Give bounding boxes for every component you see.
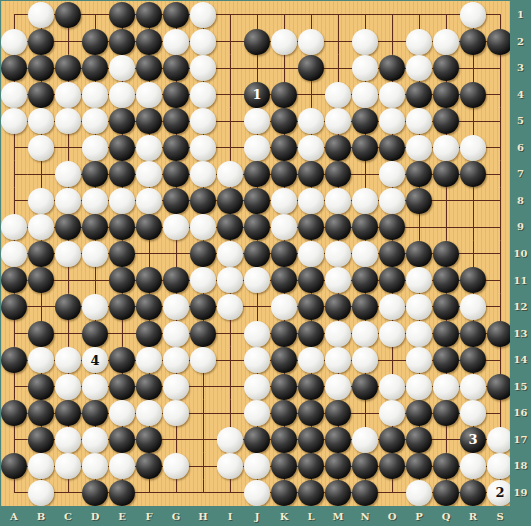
board-point-A13[interactable]	[1, 320, 28, 347]
board-point-C2[interactable]	[55, 28, 82, 55]
board-point-O10[interactable]	[379, 241, 406, 268]
board-point-Q11[interactable]	[433, 267, 460, 294]
board-point-C14[interactable]	[55, 347, 82, 374]
board-point-H7[interactable]	[190, 161, 217, 188]
board-point-F7[interactable]	[136, 161, 163, 188]
board-point-P14[interactable]	[406, 347, 433, 374]
board-point-Q7[interactable]	[433, 161, 460, 188]
board-point-H8[interactable]	[190, 188, 217, 215]
board-point-E18[interactable]	[109, 453, 136, 480]
board-point-P12[interactable]	[406, 294, 433, 321]
board-point-B1[interactable]	[28, 2, 55, 29]
board-point-M16[interactable]	[325, 400, 352, 427]
board-point-C18[interactable]	[55, 453, 82, 480]
board-point-I19[interactable]	[217, 480, 244, 506]
board-point-S6[interactable]	[487, 134, 511, 161]
board-point-A16[interactable]	[1, 400, 28, 427]
board-point-K11[interactable]	[271, 267, 298, 294]
board-point-G14[interactable]	[163, 347, 190, 374]
board-point-A10[interactable]	[1, 241, 28, 268]
board-point-D5[interactable]	[82, 108, 109, 135]
board-point-G13[interactable]	[163, 320, 190, 347]
board-point-P1[interactable]	[406, 2, 433, 29]
board-point-R13[interactable]	[460, 320, 487, 347]
board-point-B12[interactable]	[28, 294, 55, 321]
board-point-E9[interactable]	[109, 214, 136, 241]
board-point-M8[interactable]	[325, 188, 352, 215]
board-point-M13[interactable]	[325, 320, 352, 347]
board-point-D9[interactable]	[82, 214, 109, 241]
board-point-L16[interactable]	[298, 400, 325, 427]
board-point-Q9[interactable]	[433, 214, 460, 241]
board-point-C9[interactable]	[55, 214, 82, 241]
board-point-R9[interactable]	[460, 214, 487, 241]
board-point-A15[interactable]	[1, 373, 28, 400]
board-point-L15[interactable]	[298, 373, 325, 400]
board-point-E10[interactable]	[109, 241, 136, 268]
board-point-F17[interactable]	[136, 426, 163, 453]
board-point-Q8[interactable]	[433, 188, 460, 215]
board-point-N9[interactable]	[352, 214, 379, 241]
board-point-K13[interactable]	[271, 320, 298, 347]
board-point-L18[interactable]	[298, 453, 325, 480]
board-point-F10[interactable]	[136, 241, 163, 268]
board-point-M4[interactable]	[325, 81, 352, 108]
board-point-P19[interactable]	[406, 480, 433, 506]
board-point-R14[interactable]	[460, 347, 487, 374]
board-point-D1[interactable]	[82, 2, 109, 29]
board-point-S15[interactable]	[487, 373, 511, 400]
board-point-A17[interactable]	[1, 426, 28, 453]
board-point-L14[interactable]	[298, 347, 325, 374]
board-point-I15[interactable]	[217, 373, 244, 400]
board-point-E8[interactable]	[109, 188, 136, 215]
board-point-Q10[interactable]	[433, 241, 460, 268]
board-point-K18[interactable]	[271, 453, 298, 480]
board-point-H4[interactable]	[190, 81, 217, 108]
board-point-P5[interactable]	[406, 108, 433, 135]
board-point-J2[interactable]	[244, 28, 271, 55]
board-point-B10[interactable]	[28, 241, 55, 268]
board-point-G7[interactable]	[163, 161, 190, 188]
board-point-M11[interactable]	[325, 267, 352, 294]
board-point-J17[interactable]	[244, 426, 271, 453]
board-point-N17[interactable]	[352, 426, 379, 453]
board-point-S14[interactable]	[487, 347, 511, 374]
board-point-L4[interactable]	[298, 81, 325, 108]
board-point-H2[interactable]	[190, 28, 217, 55]
board-point-M14[interactable]	[325, 347, 352, 374]
board-point-E5[interactable]	[109, 108, 136, 135]
board-point-M15[interactable]	[325, 373, 352, 400]
board-point-H12[interactable]	[190, 294, 217, 321]
board-point-B6[interactable]	[28, 134, 55, 161]
board-point-F8[interactable]	[136, 188, 163, 215]
board-point-N8[interactable]	[352, 188, 379, 215]
board-point-B4[interactable]	[28, 81, 55, 108]
board-point-H5[interactable]	[190, 108, 217, 135]
board-point-S11[interactable]	[487, 267, 511, 294]
board-point-C15[interactable]	[55, 373, 82, 400]
board-point-Q12[interactable]	[433, 294, 460, 321]
board-point-P18[interactable]	[406, 453, 433, 480]
board-point-G15[interactable]	[163, 373, 190, 400]
board-point-R5[interactable]	[460, 108, 487, 135]
board-point-O16[interactable]	[379, 400, 406, 427]
board-point-Q4[interactable]	[433, 81, 460, 108]
board-point-L5[interactable]	[298, 108, 325, 135]
board-point-O12[interactable]	[379, 294, 406, 321]
board-point-K2[interactable]	[271, 28, 298, 55]
board-point-J12[interactable]	[244, 294, 271, 321]
board-point-B11[interactable]	[28, 267, 55, 294]
board-point-E1[interactable]	[109, 2, 136, 29]
board-point-I12[interactable]	[217, 294, 244, 321]
board-point-O2[interactable]	[379, 28, 406, 55]
board-point-A11[interactable]	[1, 267, 28, 294]
board-point-J18[interactable]	[244, 453, 271, 480]
board-point-O11[interactable]	[379, 267, 406, 294]
board-point-G6[interactable]	[163, 134, 190, 161]
board-point-A18[interactable]	[1, 453, 28, 480]
board-point-G8[interactable]	[163, 188, 190, 215]
board-point-J3[interactable]	[244, 55, 271, 82]
board-point-J15[interactable]	[244, 373, 271, 400]
board-point-R12[interactable]	[460, 294, 487, 321]
board-point-Q1[interactable]	[433, 2, 460, 29]
board-point-P4[interactable]	[406, 81, 433, 108]
board-point-S2[interactable]	[487, 28, 511, 55]
board-point-G16[interactable]	[163, 400, 190, 427]
board-point-F13[interactable]	[136, 320, 163, 347]
board-point-J7[interactable]	[244, 161, 271, 188]
board-point-O13[interactable]	[379, 320, 406, 347]
board-point-A19[interactable]	[1, 480, 28, 506]
board-point-H3[interactable]	[190, 55, 217, 82]
board-point-B18[interactable]	[28, 453, 55, 480]
board-point-F15[interactable]	[136, 373, 163, 400]
board-point-P11[interactable]	[406, 267, 433, 294]
board-point-I2[interactable]	[217, 28, 244, 55]
board-point-Q14[interactable]	[433, 347, 460, 374]
board-point-S10[interactable]	[487, 241, 511, 268]
board-point-Q13[interactable]	[433, 320, 460, 347]
board-point-D18[interactable]	[82, 453, 109, 480]
board-point-N1[interactable]	[352, 2, 379, 29]
board-point-K4[interactable]	[271, 81, 298, 108]
board-point-Q15[interactable]	[433, 373, 460, 400]
board-point-I7[interactable]	[217, 161, 244, 188]
board-point-K3[interactable]	[271, 55, 298, 82]
board-point-S4[interactable]	[487, 81, 511, 108]
board-point-F2[interactable]	[136, 28, 163, 55]
board-point-J8[interactable]	[244, 188, 271, 215]
board-point-A3[interactable]	[1, 55, 28, 82]
board-point-B17[interactable]	[28, 426, 55, 453]
board-point-I17[interactable]	[217, 426, 244, 453]
board-point-S9[interactable]	[487, 214, 511, 241]
board-point-R10[interactable]	[460, 241, 487, 268]
board-point-S16[interactable]	[487, 400, 511, 427]
board-point-P13[interactable]	[406, 320, 433, 347]
board-point-R3[interactable]	[460, 55, 487, 82]
board-point-H18[interactable]	[190, 453, 217, 480]
board-point-Q3[interactable]	[433, 55, 460, 82]
board-point-D16[interactable]	[82, 400, 109, 427]
board-point-D19[interactable]	[82, 480, 109, 506]
board-point-L2[interactable]	[298, 28, 325, 55]
board-point-F4[interactable]	[136, 81, 163, 108]
board-point-D15[interactable]	[82, 373, 109, 400]
board-point-F11[interactable]	[136, 267, 163, 294]
board-point-J5[interactable]	[244, 108, 271, 135]
board-point-C6[interactable]	[55, 134, 82, 161]
board-point-I16[interactable]	[217, 400, 244, 427]
board-point-P7[interactable]	[406, 161, 433, 188]
board-point-M5[interactable]	[325, 108, 352, 135]
board-point-K1[interactable]	[271, 2, 298, 29]
board-point-J9[interactable]	[244, 214, 271, 241]
board-point-F18[interactable]	[136, 453, 163, 480]
board-point-D6[interactable]	[82, 134, 109, 161]
board-point-A1[interactable]	[1, 2, 28, 29]
board-point-D12[interactable]	[82, 294, 109, 321]
board-point-P2[interactable]	[406, 28, 433, 55]
board-point-S3[interactable]	[487, 55, 511, 82]
board-point-E7[interactable]	[109, 161, 136, 188]
board-point-K10[interactable]	[271, 241, 298, 268]
board-point-B3[interactable]	[28, 55, 55, 82]
board-point-N12[interactable]	[352, 294, 379, 321]
board-point-S18[interactable]	[487, 453, 511, 480]
board-point-B9[interactable]	[28, 214, 55, 241]
board-point-A9[interactable]	[1, 214, 28, 241]
board-point-M7[interactable]	[325, 161, 352, 188]
board-point-H6[interactable]	[190, 134, 217, 161]
board-point-E11[interactable]	[109, 267, 136, 294]
board-point-O19[interactable]	[379, 480, 406, 506]
board-point-L6[interactable]	[298, 134, 325, 161]
board-point-S13[interactable]	[487, 320, 511, 347]
board-point-B2[interactable]	[28, 28, 55, 55]
board-point-H15[interactable]	[190, 373, 217, 400]
board-point-E19[interactable]	[109, 480, 136, 506]
board-point-H14[interactable]	[190, 347, 217, 374]
board-point-L19[interactable]	[298, 480, 325, 506]
board-point-C11[interactable]	[55, 267, 82, 294]
board-point-K9[interactable]	[271, 214, 298, 241]
board-point-J10[interactable]	[244, 241, 271, 268]
board-point-F14[interactable]	[136, 347, 163, 374]
board-point-P9[interactable]	[406, 214, 433, 241]
board-point-E17[interactable]	[109, 426, 136, 453]
board-point-N15[interactable]	[352, 373, 379, 400]
board-point-N13[interactable]	[352, 320, 379, 347]
board-point-R19[interactable]	[460, 480, 487, 506]
board-point-B8[interactable]	[28, 188, 55, 215]
board-point-D2[interactable]	[82, 28, 109, 55]
board-point-C10[interactable]	[55, 241, 82, 268]
board-point-A12[interactable]	[1, 294, 28, 321]
board-point-M6[interactable]	[325, 134, 352, 161]
board-point-E16[interactable]	[109, 400, 136, 427]
board-point-Q5[interactable]	[433, 108, 460, 135]
board-point-L13[interactable]	[298, 320, 325, 347]
board-point-L3[interactable]	[298, 55, 325, 82]
board-point-E15[interactable]	[109, 373, 136, 400]
board-point-R11[interactable]	[460, 267, 487, 294]
board-point-F19[interactable]	[136, 480, 163, 506]
board-point-A6[interactable]	[1, 134, 28, 161]
board-point-Q2[interactable]	[433, 28, 460, 55]
board-point-F3[interactable]	[136, 55, 163, 82]
board-point-D10[interactable]	[82, 241, 109, 268]
board-point-I1[interactable]	[217, 2, 244, 29]
board-point-G17[interactable]	[163, 426, 190, 453]
board-point-S8[interactable]	[487, 188, 511, 215]
board-point-O9[interactable]	[379, 214, 406, 241]
board-point-D8[interactable]	[82, 188, 109, 215]
board-point-C7[interactable]	[55, 161, 82, 188]
board-point-B19[interactable]	[28, 480, 55, 506]
board-point-S17[interactable]	[487, 426, 511, 453]
board-point-R6[interactable]	[460, 134, 487, 161]
board-point-P6[interactable]	[406, 134, 433, 161]
board-point-D4[interactable]	[82, 81, 109, 108]
board-point-E13[interactable]	[109, 320, 136, 347]
board-point-S7[interactable]	[487, 161, 511, 188]
board-point-K6[interactable]	[271, 134, 298, 161]
board-point-A5[interactable]	[1, 108, 28, 135]
board-point-R17[interactable]: 3	[460, 426, 487, 453]
board-point-E6[interactable]	[109, 134, 136, 161]
board-point-M17[interactable]	[325, 426, 352, 453]
board-point-N14[interactable]	[352, 347, 379, 374]
board-point-K12[interactable]	[271, 294, 298, 321]
board-point-N11[interactable]	[352, 267, 379, 294]
board-point-I8[interactable]	[217, 188, 244, 215]
board-point-E2[interactable]	[109, 28, 136, 55]
board-point-H16[interactable]	[190, 400, 217, 427]
board-point-F5[interactable]	[136, 108, 163, 135]
board-point-N2[interactable]	[352, 28, 379, 55]
board-point-J14[interactable]	[244, 347, 271, 374]
board-point-H10[interactable]	[190, 241, 217, 268]
board-point-R18[interactable]	[460, 453, 487, 480]
board-point-C19[interactable]	[55, 480, 82, 506]
board-point-L8[interactable]	[298, 188, 325, 215]
board-point-O14[interactable]	[379, 347, 406, 374]
board-point-N16[interactable]	[352, 400, 379, 427]
board-point-D14[interactable]: 4	[82, 347, 109, 374]
board-point-R16[interactable]	[460, 400, 487, 427]
board-point-J11[interactable]	[244, 267, 271, 294]
board-point-K16[interactable]	[271, 400, 298, 427]
board-point-G2[interactable]	[163, 28, 190, 55]
board-point-L1[interactable]	[298, 2, 325, 29]
board-point-M18[interactable]	[325, 453, 352, 480]
board-point-N6[interactable]	[352, 134, 379, 161]
board-point-L17[interactable]	[298, 426, 325, 453]
board-point-L9[interactable]	[298, 214, 325, 241]
board-point-A8[interactable]	[1, 188, 28, 215]
board-point-G18[interactable]	[163, 453, 190, 480]
board-point-N4[interactable]	[352, 81, 379, 108]
board-point-F12[interactable]	[136, 294, 163, 321]
board-point-G5[interactable]	[163, 108, 190, 135]
board-point-G1[interactable]	[163, 2, 190, 29]
board-point-C3[interactable]	[55, 55, 82, 82]
board-point-E12[interactable]	[109, 294, 136, 321]
board-point-L11[interactable]	[298, 267, 325, 294]
board-point-B7[interactable]	[28, 161, 55, 188]
board-point-K17[interactable]	[271, 426, 298, 453]
board-point-I11[interactable]	[217, 267, 244, 294]
board-point-D11[interactable]	[82, 267, 109, 294]
board-point-J16[interactable]	[244, 400, 271, 427]
board-point-I14[interactable]	[217, 347, 244, 374]
board-point-P15[interactable]	[406, 373, 433, 400]
board-point-I9[interactable]	[217, 214, 244, 241]
board-point-I6[interactable]	[217, 134, 244, 161]
board-point-J1[interactable]	[244, 2, 271, 29]
board-point-J19[interactable]	[244, 480, 271, 506]
board-point-G12[interactable]	[163, 294, 190, 321]
board-point-C8[interactable]	[55, 188, 82, 215]
board-point-A7[interactable]	[1, 161, 28, 188]
board-point-F9[interactable]	[136, 214, 163, 241]
board-point-B13[interactable]	[28, 320, 55, 347]
board-point-P3[interactable]	[406, 55, 433, 82]
board-point-R4[interactable]	[460, 81, 487, 108]
board-point-L10[interactable]	[298, 241, 325, 268]
board-point-F6[interactable]	[136, 134, 163, 161]
board-point-O15[interactable]	[379, 373, 406, 400]
board-point-M2[interactable]	[325, 28, 352, 55]
board-point-C4[interactable]	[55, 81, 82, 108]
board-point-H17[interactable]	[190, 426, 217, 453]
board-point-K15[interactable]	[271, 373, 298, 400]
board-point-I5[interactable]	[217, 108, 244, 135]
board-point-D13[interactable]	[82, 320, 109, 347]
board-point-N5[interactable]	[352, 108, 379, 135]
board-point-O6[interactable]	[379, 134, 406, 161]
board-point-R7[interactable]	[460, 161, 487, 188]
board-point-N19[interactable]	[352, 480, 379, 506]
board-point-S12[interactable]	[487, 294, 511, 321]
board-point-C5[interactable]	[55, 108, 82, 135]
board-point-M12[interactable]	[325, 294, 352, 321]
board-point-K5[interactable]	[271, 108, 298, 135]
board-point-C16[interactable]	[55, 400, 82, 427]
board-point-G19[interactable]	[163, 480, 190, 506]
board-point-O7[interactable]	[379, 161, 406, 188]
board-point-B14[interactable]	[28, 347, 55, 374]
board-point-B15[interactable]	[28, 373, 55, 400]
board-point-P17[interactable]	[406, 426, 433, 453]
board-point-I18[interactable]	[217, 453, 244, 480]
board-point-I3[interactable]	[217, 55, 244, 82]
board-point-G9[interactable]	[163, 214, 190, 241]
board-point-F1[interactable]	[136, 2, 163, 29]
board-point-J13[interactable]	[244, 320, 271, 347]
board-point-H11[interactable]	[190, 267, 217, 294]
board-point-I4[interactable]	[217, 81, 244, 108]
board-point-C1[interactable]	[55, 2, 82, 29]
board-point-K14[interactable]	[271, 347, 298, 374]
board-point-O1[interactable]	[379, 2, 406, 29]
board-point-G4[interactable]	[163, 81, 190, 108]
